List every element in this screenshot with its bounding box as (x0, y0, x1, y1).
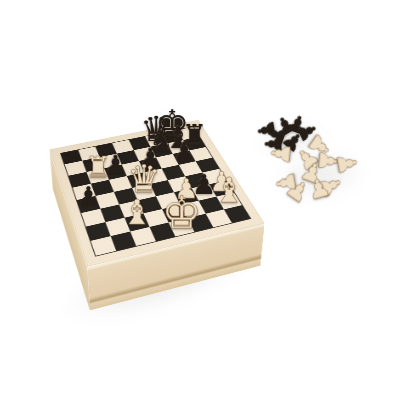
piece-white-bishop-h2: ♝ (214, 173, 245, 208)
pieces-layer: ♛♚♞♝♜♟♟♟♟♟♜♛♟♟♝♝♚♟♟♟♟♟♟♟♟♟♟♟♟♟♟♟♟♟ (0, 0, 400, 400)
piece-white-rook-b6: ♜ (85, 153, 111, 182)
piece-white-king-e1: ♚ (161, 191, 201, 236)
piece-black-pawn-a4: ♟ (77, 184, 100, 210)
chess-set-product-photo: ♛♚♞♝♜♟♟♟♟♟♜♛♟♟♝♝♚♟♟♟♟♟♟♟♟♟♟♟♟♟♟♟♟♟ (0, 0, 400, 400)
piece-black-pawn-g6: ♟ (173, 138, 195, 163)
piece-white-bishop-c2: ♝ (122, 195, 153, 229)
